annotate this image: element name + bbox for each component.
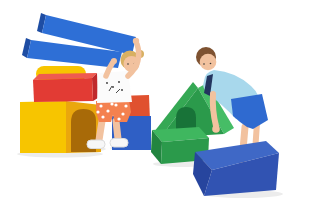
boy-left-eye xyxy=(203,63,205,65)
girl-right-hand xyxy=(133,38,139,44)
polka-dot xyxy=(99,104,102,107)
polka-dot xyxy=(101,115,104,118)
girl-left-shoe xyxy=(87,140,105,149)
yellow-cube-front xyxy=(20,101,66,153)
print-mark xyxy=(112,86,114,88)
polka-dot xyxy=(110,102,113,105)
boy-right-eye xyxy=(210,63,212,65)
girl-left-eye xyxy=(127,63,129,65)
product-photo xyxy=(0,0,310,207)
foam-blocks-scene xyxy=(0,0,310,207)
boy-arm xyxy=(213,94,216,126)
polka-dot xyxy=(124,104,127,107)
girl-right-shoe xyxy=(110,139,128,148)
print-mark xyxy=(121,89,123,91)
polka-dot xyxy=(117,117,120,120)
red-block-front xyxy=(33,78,93,102)
boy-hand xyxy=(212,125,220,133)
print-mark xyxy=(106,82,108,84)
polka-dot xyxy=(96,110,99,113)
girl-left-hand xyxy=(111,58,117,64)
polka-dot xyxy=(106,109,109,112)
red-block-side xyxy=(92,73,98,101)
boy-face xyxy=(200,54,217,71)
print-mark xyxy=(118,81,120,83)
girl-right-leg xyxy=(116,121,118,139)
girl-left-leg xyxy=(99,121,102,140)
polka-dot xyxy=(114,103,117,106)
polka-dot xyxy=(121,112,124,115)
